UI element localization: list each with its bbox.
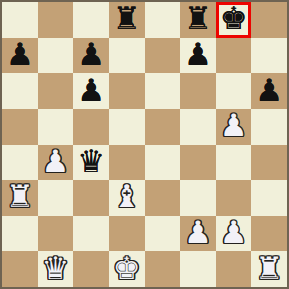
square-b3[interactable] bbox=[38, 180, 74, 216]
square-g6[interactable] bbox=[216, 73, 252, 109]
square-f5[interactable] bbox=[180, 109, 216, 145]
square-a7[interactable]: ♟ bbox=[2, 38, 38, 74]
square-d2[interactable] bbox=[109, 216, 145, 252]
square-g3[interactable] bbox=[216, 180, 252, 216]
piece-black-pawn[interactable]: ♟ bbox=[77, 39, 105, 70]
square-d5[interactable] bbox=[109, 109, 145, 145]
square-a6[interactable] bbox=[2, 73, 38, 109]
square-c4[interactable]: ♛ bbox=[73, 145, 109, 181]
square-b6[interactable] bbox=[38, 73, 74, 109]
piece-white-pawn[interactable]: ♟ bbox=[42, 146, 70, 177]
piece-black-rook[interactable]: ♜ bbox=[184, 3, 212, 34]
square-f4[interactable] bbox=[180, 145, 216, 181]
square-c5[interactable] bbox=[73, 109, 109, 145]
square-a8[interactable] bbox=[2, 2, 38, 38]
square-h7[interactable] bbox=[251, 38, 287, 74]
square-h1[interactable]: ♜ bbox=[251, 251, 287, 287]
square-g7[interactable] bbox=[216, 38, 252, 74]
piece-white-king[interactable]: ♚ bbox=[113, 253, 141, 284]
square-e6[interactable] bbox=[145, 73, 181, 109]
square-c8[interactable] bbox=[73, 2, 109, 38]
square-a5[interactable] bbox=[2, 109, 38, 145]
square-h4[interactable] bbox=[251, 145, 287, 181]
piece-white-bishop[interactable]: ♝ bbox=[113, 181, 141, 212]
square-b7[interactable] bbox=[38, 38, 74, 74]
square-b1[interactable]: ♛ bbox=[38, 251, 74, 287]
piece-white-rook[interactable]: ♜ bbox=[6, 181, 34, 212]
square-f2[interactable]: ♟ bbox=[180, 216, 216, 252]
square-b8[interactable] bbox=[38, 2, 74, 38]
piece-black-rook[interactable]: ♜ bbox=[113, 3, 141, 34]
square-h6[interactable]: ♟ bbox=[251, 73, 287, 109]
square-c7[interactable]: ♟ bbox=[73, 38, 109, 74]
square-e5[interactable] bbox=[145, 109, 181, 145]
square-f3[interactable] bbox=[180, 180, 216, 216]
square-c3[interactable] bbox=[73, 180, 109, 216]
piece-white-pawn[interactable]: ♟ bbox=[220, 110, 248, 141]
square-b4[interactable]: ♟ bbox=[38, 145, 74, 181]
square-g2[interactable]: ♟ bbox=[216, 216, 252, 252]
square-c6[interactable]: ♟ bbox=[73, 73, 109, 109]
piece-white-queen[interactable]: ♛ bbox=[42, 253, 70, 284]
square-b2[interactable] bbox=[38, 216, 74, 252]
square-e3[interactable] bbox=[145, 180, 181, 216]
piece-black-pawn[interactable]: ♟ bbox=[6, 39, 34, 70]
square-b5[interactable] bbox=[38, 109, 74, 145]
square-d3[interactable]: ♝ bbox=[109, 180, 145, 216]
square-a4[interactable] bbox=[2, 145, 38, 181]
square-g4[interactable] bbox=[216, 145, 252, 181]
square-g1[interactable] bbox=[216, 251, 252, 287]
square-a1[interactable] bbox=[2, 251, 38, 287]
piece-black-queen[interactable]: ♛ bbox=[77, 146, 105, 177]
square-f8[interactable]: ♜ bbox=[180, 2, 216, 38]
chess-board: ♜♜♚♟♟♟♟♟♟♟♛♜♝♟♟♛♚♜ bbox=[0, 0, 289, 289]
square-f7[interactable]: ♟ bbox=[180, 38, 216, 74]
square-c1[interactable] bbox=[73, 251, 109, 287]
square-e4[interactable] bbox=[145, 145, 181, 181]
square-d7[interactable] bbox=[109, 38, 145, 74]
square-d8[interactable]: ♜ bbox=[109, 2, 145, 38]
square-h8[interactable] bbox=[251, 2, 287, 38]
piece-black-pawn[interactable]: ♟ bbox=[77, 75, 105, 106]
square-c2[interactable] bbox=[73, 216, 109, 252]
square-g5[interactable]: ♟ bbox=[216, 109, 252, 145]
piece-white-rook[interactable]: ♜ bbox=[255, 253, 283, 284]
square-e2[interactable] bbox=[145, 216, 181, 252]
square-d6[interactable] bbox=[109, 73, 145, 109]
piece-black-pawn[interactable]: ♟ bbox=[255, 75, 283, 106]
piece-white-pawn[interactable]: ♟ bbox=[220, 217, 248, 248]
square-e1[interactable] bbox=[145, 251, 181, 287]
square-h2[interactable] bbox=[251, 216, 287, 252]
square-h5[interactable] bbox=[251, 109, 287, 145]
square-e8[interactable] bbox=[145, 2, 181, 38]
square-g8[interactable]: ♚ bbox=[216, 2, 252, 38]
square-h3[interactable] bbox=[251, 180, 287, 216]
square-a2[interactable] bbox=[2, 216, 38, 252]
piece-black-king[interactable]: ♚ bbox=[220, 3, 248, 34]
square-d4[interactable] bbox=[109, 145, 145, 181]
square-e7[interactable] bbox=[145, 38, 181, 74]
piece-white-pawn[interactable]: ♟ bbox=[184, 217, 212, 248]
piece-black-pawn[interactable]: ♟ bbox=[184, 39, 212, 70]
square-f6[interactable] bbox=[180, 73, 216, 109]
square-d1[interactable]: ♚ bbox=[109, 251, 145, 287]
square-a3[interactable]: ♜ bbox=[2, 180, 38, 216]
square-f1[interactable] bbox=[180, 251, 216, 287]
